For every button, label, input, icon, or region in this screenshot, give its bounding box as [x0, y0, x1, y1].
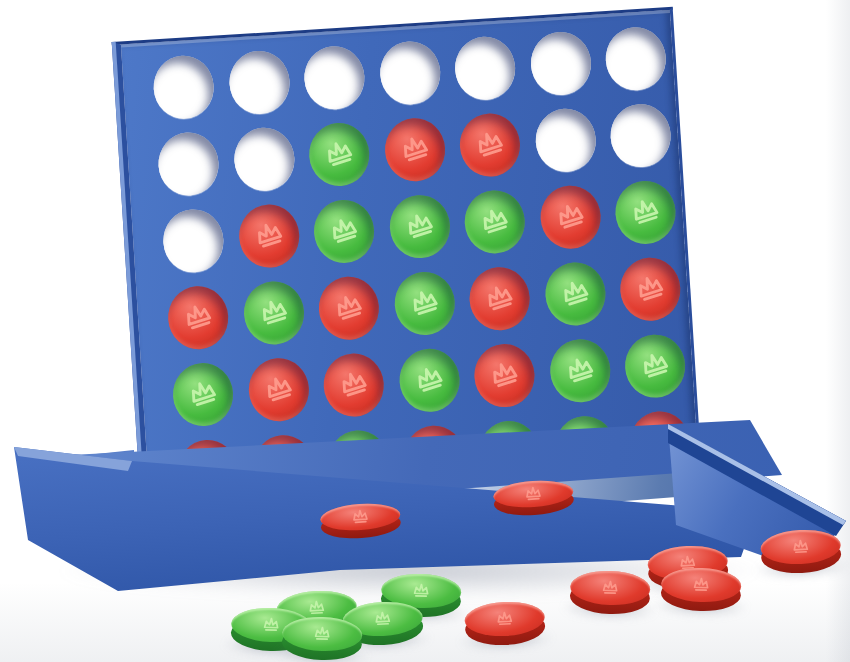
red-disc-flat: [492, 478, 575, 529]
disc-emblem-icon: [479, 350, 529, 400]
green-disc-c3-r2: [307, 121, 371, 188]
disc-emblem-icon: [248, 287, 298, 337]
disc-emblem-icon: [337, 503, 385, 530]
disc-emblem-icon: [329, 359, 379, 409]
disc-emblem-icon: [178, 369, 228, 419]
red-disc-c5-r5: [472, 342, 536, 409]
empty-hole-c1-r3: [161, 207, 225, 274]
red-disc-c4-r2: [383, 116, 447, 183]
empty-hole-c7-r1: [604, 25, 668, 92]
red-disc-flat: [760, 528, 842, 578]
empty-hole-c2-r1: [227, 49, 291, 116]
disc-emblem-icon: [620, 187, 670, 237]
disc-emblem-icon: [173, 292, 223, 342]
disc-emblem-icon: [555, 345, 605, 395]
disc-emblem-icon: [777, 534, 824, 560]
disc-emblem-icon: [389, 124, 439, 174]
disc-emblem-icon: [510, 480, 558, 507]
empty-hole-c6-r2: [533, 107, 597, 174]
empty-hole-c3-r1: [302, 44, 366, 111]
disc-emblem-icon: [474, 273, 524, 323]
disc-emblem-icon: [299, 621, 346, 647]
disc-emblem-icon: [253, 364, 303, 414]
connect-four-product-photo: [0, 0, 850, 662]
board-grid: [121, 10, 670, 45]
disc-emblem-icon: [399, 278, 449, 328]
disc-emblem-icon: [625, 264, 675, 314]
red-disc-c7-r4: [618, 255, 682, 322]
red-disc-c1-r4: [166, 284, 230, 351]
green-disc-c2-r4: [242, 279, 306, 346]
empty-hole-c1-r2: [157, 130, 221, 197]
green-disc-c5-r3: [463, 188, 527, 255]
green-disc-c6-r4: [543, 260, 607, 327]
green-disc-c1-r5: [171, 361, 235, 428]
red-disc-c2-r5: [246, 356, 310, 423]
green-disc-c6-r5: [548, 337, 612, 404]
red-disc-c3-r4: [317, 274, 381, 341]
red-disc-flat: [569, 570, 651, 619]
disc-emblem-icon: [244, 211, 294, 261]
disc-emblem-icon: [359, 606, 406, 632]
disc-emblem-icon: [545, 192, 595, 242]
disc-emblem-icon: [630, 341, 680, 391]
green-disc-c7-r5: [623, 332, 687, 399]
empty-hole-c1-r1: [152, 53, 216, 120]
disc-emblem-icon: [394, 201, 444, 251]
disc-emblem-icon: [404, 355, 454, 405]
red-disc-flat: [319, 501, 402, 552]
disc-emblem-icon: [678, 572, 725, 598]
board-left-edge-highlight: [112, 42, 146, 517]
green-disc-c7-r3: [614, 179, 678, 246]
empty-hole-c6-r1: [528, 30, 592, 97]
green-disc-c3-r3: [312, 198, 376, 265]
red-disc-c6-r3: [538, 183, 602, 250]
empty-hole-c2-r2: [232, 125, 296, 192]
disc-emblem-icon: [587, 575, 634, 601]
disc-emblem-icon: [319, 206, 369, 256]
green-disc-c4-r3: [387, 193, 451, 260]
empty-hole-c5-r1: [453, 34, 517, 101]
disc-emblem-icon: [314, 129, 364, 179]
red-disc-flat: [464, 600, 546, 650]
red-disc-flat: [660, 567, 742, 616]
disc-emblem-icon: [324, 283, 374, 333]
red-disc-c5-r4: [468, 265, 532, 332]
disc-emblem-icon: [465, 119, 515, 169]
empty-hole-c4-r1: [378, 39, 442, 106]
green-disc-flat: [281, 616, 363, 662]
red-disc-c2-r3: [237, 202, 301, 269]
green-disc-c4-r5: [397, 347, 461, 414]
red-disc-c3-r5: [322, 351, 386, 418]
disc-emblem-icon: [470, 196, 520, 246]
disc-emblem-icon: [481, 606, 528, 632]
green-disc-c4-r4: [392, 270, 456, 337]
red-disc-c5-r2: [458, 111, 522, 178]
disc-emblem-icon: [550, 268, 600, 318]
empty-hole-c7-r2: [609, 102, 673, 169]
